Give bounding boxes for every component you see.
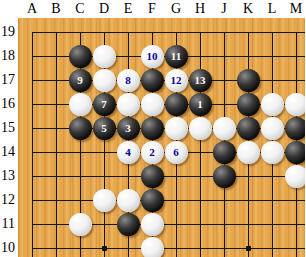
stone-white-J15[interactable] bbox=[213, 117, 236, 140]
stone-black-C15[interactable] bbox=[69, 117, 92, 140]
stone-black-E15[interactable]: 3 bbox=[117, 117, 140, 140]
column-label: L bbox=[260, 0, 284, 18]
stone-white-E16[interactable] bbox=[117, 93, 140, 116]
row-label: 11 bbox=[0, 215, 15, 233]
stone-black-D15[interactable]: 5 bbox=[93, 117, 116, 140]
star-point bbox=[102, 246, 107, 251]
move-number: 6 bbox=[173, 146, 179, 158]
stone-white-H15[interactable] bbox=[189, 117, 212, 140]
column-label: A bbox=[20, 0, 44, 18]
stone-white-F10[interactable] bbox=[141, 237, 164, 257]
row-label: 19 bbox=[0, 23, 15, 41]
stone-black-M14[interactable] bbox=[285, 141, 306, 164]
row-label: 10 bbox=[0, 239, 15, 257]
column-label: F bbox=[140, 0, 164, 18]
move-number: 5 bbox=[101, 122, 107, 134]
stone-white-M13[interactable] bbox=[285, 165, 306, 188]
stone-black-M15[interactable] bbox=[285, 117, 306, 140]
stone-white-D17[interactable] bbox=[93, 69, 116, 92]
move-number: 7 bbox=[101, 98, 107, 110]
move-number: 12 bbox=[171, 74, 182, 86]
stone-black-E11[interactable] bbox=[117, 213, 140, 236]
column-label: B bbox=[44, 0, 68, 18]
stone-white-G14[interactable]: 6 bbox=[165, 141, 188, 164]
stone-black-H17[interactable]: 13 bbox=[189, 69, 212, 92]
grid-line-horizontal bbox=[32, 248, 305, 249]
stone-black-F17[interactable] bbox=[141, 69, 164, 92]
stone-white-L16[interactable] bbox=[261, 93, 284, 116]
column-label: D bbox=[92, 0, 116, 18]
stone-black-H16[interactable]: 1 bbox=[189, 93, 212, 116]
row-label: 17 bbox=[0, 71, 15, 89]
column-label: H bbox=[188, 0, 212, 18]
stone-black-K16[interactable] bbox=[237, 93, 260, 116]
go-diagram: ABCDEFGHJKLM1918171615141312111011913715… bbox=[0, 0, 305, 257]
move-number: 4 bbox=[125, 146, 131, 158]
row-label: 15 bbox=[0, 119, 15, 137]
stone-black-D16[interactable]: 7 bbox=[93, 93, 116, 116]
stone-black-C17[interactable]: 9 bbox=[69, 69, 92, 92]
move-number: 11 bbox=[171, 50, 181, 62]
stone-white-E12[interactable] bbox=[117, 189, 140, 212]
grid-line-horizontal bbox=[32, 32, 305, 33]
move-number: 2 bbox=[149, 146, 155, 158]
stone-black-K15[interactable] bbox=[237, 117, 260, 140]
stone-white-D12[interactable] bbox=[93, 189, 116, 212]
move-number: 10 bbox=[147, 50, 158, 62]
move-number: 8 bbox=[125, 74, 131, 86]
stone-white-L15[interactable] bbox=[261, 117, 284, 140]
grid-line-horizontal bbox=[32, 176, 305, 177]
column-label: J bbox=[212, 0, 236, 18]
column-label: M bbox=[284, 0, 305, 18]
column-label: G bbox=[164, 0, 188, 18]
stone-white-F18[interactable]: 10 bbox=[141, 45, 164, 68]
stone-white-D18[interactable] bbox=[93, 45, 116, 68]
stone-black-F12[interactable] bbox=[141, 189, 164, 212]
stone-black-G18[interactable]: 11 bbox=[165, 45, 188, 68]
row-label: 18 bbox=[0, 47, 15, 65]
stone-black-J14[interactable] bbox=[213, 141, 236, 164]
move-number: 13 bbox=[195, 74, 206, 86]
stone-white-M16[interactable] bbox=[285, 93, 306, 116]
row-label: 16 bbox=[0, 95, 15, 113]
stone-white-G15[interactable] bbox=[165, 117, 188, 140]
stone-white-F11[interactable] bbox=[141, 213, 164, 236]
stone-white-G17[interactable]: 12 bbox=[165, 69, 188, 92]
stone-black-F13[interactable] bbox=[141, 165, 164, 188]
grid-line-horizontal bbox=[32, 200, 305, 201]
stone-white-C16[interactable] bbox=[69, 93, 92, 116]
stone-black-F15[interactable] bbox=[141, 117, 164, 140]
stone-white-E17[interactable]: 8 bbox=[117, 69, 140, 92]
stone-black-K17[interactable] bbox=[237, 69, 260, 92]
stone-white-L14[interactable] bbox=[261, 141, 284, 164]
stone-black-G16[interactable] bbox=[165, 93, 188, 116]
column-label: E bbox=[116, 0, 140, 18]
stone-black-J13[interactable] bbox=[213, 165, 236, 188]
stone-white-F14[interactable]: 2 bbox=[141, 141, 164, 164]
stone-white-K14[interactable] bbox=[237, 141, 260, 164]
column-label: C bbox=[68, 0, 92, 18]
row-label: 12 bbox=[0, 191, 15, 209]
row-label: 14 bbox=[0, 143, 15, 161]
move-number: 1 bbox=[197, 98, 203, 110]
stone-white-C11[interactable] bbox=[69, 213, 92, 236]
star-point bbox=[246, 246, 251, 251]
column-label: K bbox=[236, 0, 260, 18]
move-number: 3 bbox=[125, 122, 131, 134]
stone-white-F16[interactable] bbox=[141, 93, 164, 116]
move-number: 9 bbox=[77, 74, 83, 86]
row-label: 13 bbox=[0, 167, 15, 185]
stone-black-C18[interactable] bbox=[69, 45, 92, 68]
stone-white-E14[interactable]: 4 bbox=[117, 141, 140, 164]
